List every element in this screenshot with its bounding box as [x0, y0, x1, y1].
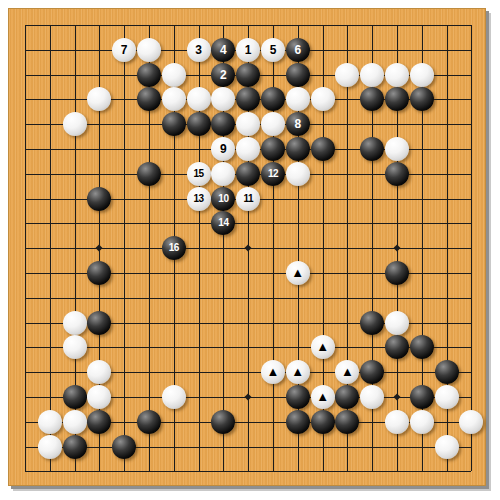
- black-stone: [335, 410, 359, 434]
- triangle-mark-icon: ▲: [267, 365, 280, 378]
- black-stone: [236, 162, 260, 186]
- white-stone: [87, 87, 111, 111]
- black-stone: [211, 410, 235, 434]
- black-stone: [236, 87, 260, 111]
- white-stone: [38, 410, 62, 434]
- white-stone: 3: [187, 38, 211, 62]
- move-number-label: 9: [220, 143, 227, 155]
- black-stone: 12: [261, 162, 285, 186]
- black-stone: [162, 112, 186, 136]
- white-stone: 13: [187, 187, 211, 211]
- black-stone: 16: [162, 236, 186, 260]
- white-stone: [236, 112, 260, 136]
- black-stone: [335, 385, 359, 409]
- black-stone: [236, 63, 260, 87]
- move-number-label: 8: [294, 118, 301, 130]
- go-board[interactable]: 73415628915121310111416▲▲▲▲▲▲: [8, 8, 486, 486]
- white-stone: [162, 63, 186, 87]
- white-stone: 1: [236, 38, 260, 62]
- white-stone: [311, 87, 335, 111]
- star-point: [393, 393, 400, 400]
- triangle-mark-icon: ▲: [291, 365, 304, 378]
- white-stone: [385, 63, 409, 87]
- black-stone: [385, 261, 409, 285]
- black-stone: [286, 63, 310, 87]
- white-stone: [236, 137, 260, 161]
- grid-line-horizontal: [25, 447, 471, 448]
- white-stone: [162, 385, 186, 409]
- black-stone: [360, 360, 384, 384]
- white-stone: [63, 112, 87, 136]
- star-point: [96, 245, 103, 252]
- white-stone: [187, 87, 211, 111]
- white-stone: [385, 137, 409, 161]
- triangle-mark-icon: ▲: [341, 365, 354, 378]
- black-stone: 2: [211, 63, 235, 87]
- white-stone: [87, 385, 111, 409]
- white-stone: [286, 162, 310, 186]
- black-stone: [87, 261, 111, 285]
- black-stone: [385, 162, 409, 186]
- white-stone: [335, 63, 359, 87]
- white-stone: [385, 410, 409, 434]
- black-stone: [261, 87, 285, 111]
- white-stone: [38, 435, 62, 459]
- move-number-label: 15: [194, 169, 204, 179]
- move-number-label: 7: [121, 44, 128, 56]
- black-stone: [385, 87, 409, 111]
- white-stone: [63, 335, 87, 359]
- black-stone: 6: [286, 38, 310, 62]
- star-point: [245, 245, 252, 252]
- black-stone: [87, 311, 111, 335]
- grid-line-horizontal: [25, 471, 471, 472]
- move-number-label: 1: [245, 44, 252, 56]
- black-stone: [360, 137, 384, 161]
- black-stone: [137, 162, 161, 186]
- white-stone: [137, 38, 161, 62]
- black-stone: [137, 87, 161, 111]
- black-stone: [286, 137, 310, 161]
- star-point: [245, 393, 252, 400]
- white-stone: ▲: [311, 385, 335, 409]
- move-number-label: 14: [218, 218, 228, 228]
- black-stone: [187, 112, 211, 136]
- white-stone: ▲: [311, 335, 335, 359]
- white-stone: [211, 162, 235, 186]
- white-stone: [162, 87, 186, 111]
- move-number-label: 13: [194, 194, 204, 204]
- move-number-label: 4: [220, 44, 227, 56]
- black-stone: [410, 385, 434, 409]
- black-stone: [410, 335, 434, 359]
- grid-line-horizontal: [25, 298, 471, 299]
- white-stone: ▲: [335, 360, 359, 384]
- move-number-label: 3: [195, 44, 202, 56]
- black-stone: [63, 385, 87, 409]
- move-number-label: 6: [294, 44, 301, 56]
- black-stone: [261, 137, 285, 161]
- white-stone: [261, 112, 285, 136]
- white-stone: [87, 360, 111, 384]
- grid-line-vertical: [471, 25, 472, 471]
- black-stone: [87, 187, 111, 211]
- white-stone: [459, 410, 483, 434]
- white-stone: ▲: [261, 360, 285, 384]
- black-stone: [87, 410, 111, 434]
- triangle-mark-icon: ▲: [291, 266, 304, 279]
- white-stone: ▲: [286, 261, 310, 285]
- black-stone: [360, 311, 384, 335]
- white-stone: [435, 435, 459, 459]
- black-stone: [311, 137, 335, 161]
- white-stone: 9: [211, 137, 235, 161]
- white-stone: [410, 410, 434, 434]
- move-number-label: 5: [270, 44, 277, 56]
- black-stone: [211, 112, 235, 136]
- move-number-label: 10: [218, 194, 228, 204]
- white-stone: [360, 385, 384, 409]
- black-stone: [137, 410, 161, 434]
- black-stone: [360, 87, 384, 111]
- white-stone: [435, 385, 459, 409]
- white-stone: [63, 311, 87, 335]
- triangle-mark-icon: ▲: [316, 390, 329, 403]
- black-stone: [286, 385, 310, 409]
- black-stone: [286, 410, 310, 434]
- white-stone: 11: [236, 187, 260, 211]
- white-stone: [360, 63, 384, 87]
- white-stone: [410, 63, 434, 87]
- move-number-label: 12: [268, 169, 278, 179]
- triangle-mark-icon: ▲: [316, 340, 329, 353]
- black-stone: [112, 435, 136, 459]
- move-number-label: 11: [243, 194, 253, 204]
- black-stone: [435, 360, 459, 384]
- black-stone: [137, 63, 161, 87]
- black-stone: 4: [211, 38, 235, 62]
- white-stone: [286, 87, 310, 111]
- move-number-label: 16: [169, 243, 179, 253]
- white-stone: [63, 410, 87, 434]
- white-stone: 15: [187, 162, 211, 186]
- white-stone: ▲: [286, 360, 310, 384]
- black-stone: [311, 410, 335, 434]
- move-number-label: 2: [220, 69, 227, 81]
- black-stone: 10: [211, 187, 235, 211]
- white-stone: 5: [261, 38, 285, 62]
- black-stone: 14: [211, 211, 235, 235]
- black-stone: [63, 435, 87, 459]
- black-stone: 8: [286, 112, 310, 136]
- white-stone: 7: [112, 38, 136, 62]
- black-stone: [385, 335, 409, 359]
- page: 73415628915121310111416▲▲▲▲▲▲: [0, 0, 500, 500]
- white-stone: [385, 311, 409, 335]
- star-point: [393, 245, 400, 252]
- black-stone: [410, 87, 434, 111]
- white-stone: [211, 87, 235, 111]
